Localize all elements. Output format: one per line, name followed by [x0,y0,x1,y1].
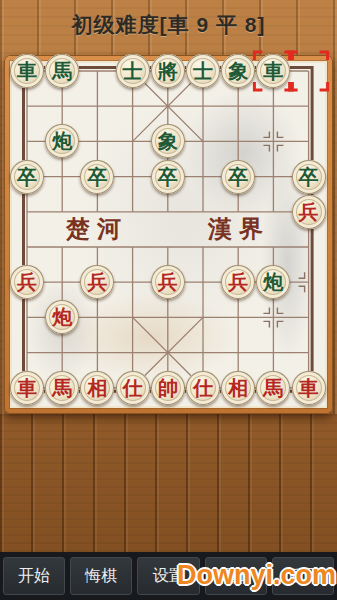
bottom-toolbar: 开始 悔棋 设置 退出 返回 [0,552,337,600]
piece-red-advisor[interactable]: 仕 [186,371,220,405]
piece-glyph: 相 [228,378,248,398]
piece-glyph: 將 [158,61,178,81]
piece-glyph: 卒 [299,167,319,187]
piece-glyph: 象 [158,131,178,151]
piece-red-general[interactable]: 帥 [151,371,185,405]
piece-black-soldier[interactable]: 卒 [221,160,255,194]
undo-button[interactable]: 悔棋 [70,557,132,595]
piece-glyph: 士 [193,61,213,81]
piece-red-soldier[interactable]: 兵 [80,265,114,299]
back-button[interactable]: 返回 [272,557,334,595]
piece-glyph: 車 [299,378,319,398]
piece-glyph: 兵 [228,272,248,292]
piece-red-soldier[interactable]: 兵 [221,265,255,299]
piece-glyph: 馬 [263,378,283,398]
piece-black-advisor[interactable]: 士 [116,54,150,88]
piece-red-soldier[interactable]: 兵 [151,265,185,299]
piece-glyph: 卒 [158,167,178,187]
piece-glyph: 馬 [52,61,72,81]
piece-black-chariot[interactable]: 車 [10,54,44,88]
piece-black-advisor[interactable]: 士 [186,54,220,88]
piece-black-chariot[interactable]: 車 [256,54,290,88]
piece-black-soldier[interactable]: 卒 [10,160,44,194]
piece-glyph: 車 [263,61,283,81]
piece-glyph: 帥 [158,378,178,398]
piece-red-horse[interactable]: 馬 [256,371,290,405]
piece-glyph: 兵 [158,272,178,292]
piece-glyph: 炮 [52,131,72,151]
piece-glyph: 兵 [17,272,37,292]
piece-red-soldier[interactable]: 兵 [292,195,326,229]
piece-red-elephant[interactable]: 相 [221,371,255,405]
piece-glyph: 卒 [87,167,107,187]
piece-red-chariot[interactable]: 車 [292,371,326,405]
piece-black-soldier[interactable]: 卒 [80,160,114,194]
piece-glyph: 車 [17,378,37,398]
piece-black-horse[interactable]: 馬 [45,54,79,88]
piece-black-soldier[interactable]: 卒 [292,160,326,194]
xiangqi-board[interactable]: 楚河 漢界 車馬士將士象車炮象卒卒卒卒卒兵兵兵兵兵炮炮車馬相仕帥仕相馬車 [12,63,325,406]
board-points-grid: 車馬士將士象車炮象卒卒卒卒卒兵兵兵兵兵炮炮車馬相仕帥仕相馬車 [9,53,326,405]
piece-red-soldier[interactable]: 兵 [10,265,44,299]
piece-glyph: 兵 [87,272,107,292]
piece-glyph: 炮 [52,307,72,327]
piece-glyph: 兵 [299,202,319,222]
piece-glyph: 車 [17,61,37,81]
app-screen: 初级难度[車 9 平 8] 楚河 漢界 車馬士將士象車炮象卒卒卒卒卒兵兵兵兵兵炮… [0,0,337,600]
piece-black-cannon[interactable]: 炮 [256,265,290,299]
piece-glyph: 仕 [123,378,143,398]
piece-glyph: 卒 [228,167,248,187]
piece-glyph: 仕 [193,378,213,398]
piece-red-horse[interactable]: 馬 [45,371,79,405]
xiangqi-board-frame: 楚河 漢界 車馬士將士象車炮象卒卒卒卒卒兵兵兵兵兵炮炮車馬相仕帥仕相馬車 [4,55,333,414]
piece-black-general[interactable]: 將 [151,54,185,88]
piece-glyph: 卒 [17,167,37,187]
piece-red-chariot[interactable]: 車 [10,371,44,405]
piece-red-elephant[interactable]: 相 [80,371,114,405]
piece-glyph: 士 [123,61,143,81]
start-button[interactable]: 开始 [3,557,65,595]
piece-black-cannon[interactable]: 炮 [45,124,79,158]
piece-glyph: 馬 [52,378,72,398]
page-title: 初级难度[車 9 平 8] [0,11,337,39]
piece-glyph: 相 [87,378,107,398]
piece-glyph: 象 [228,61,248,81]
settings-button[interactable]: 设置 [137,557,199,595]
piece-black-elephant[interactable]: 象 [151,124,185,158]
piece-black-soldier[interactable]: 卒 [151,160,185,194]
piece-red-cannon[interactable]: 炮 [45,300,79,334]
piece-glyph: 炮 [263,272,283,292]
exit-button[interactable]: 退出 [205,557,267,595]
piece-black-elephant[interactable]: 象 [221,54,255,88]
piece-red-advisor[interactable]: 仕 [116,371,150,405]
